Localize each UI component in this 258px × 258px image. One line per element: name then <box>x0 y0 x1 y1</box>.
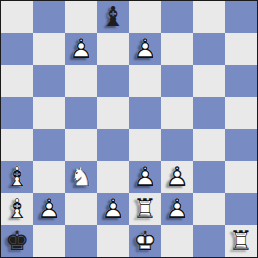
square-b4[interactable] <box>33 129 65 161</box>
square-c3[interactable]: ♞♘ <box>65 161 97 193</box>
piece-white-pawn[interactable]: ♟♙ <box>65 33 97 65</box>
white-pawn-outline: ♙ <box>129 161 161 193</box>
square-a7[interactable] <box>1 33 33 65</box>
piece-white-pawn[interactable]: ♟♙ <box>129 161 161 193</box>
square-h8[interactable] <box>225 1 257 33</box>
square-h2[interactable] <box>225 193 257 225</box>
black-king-glyph: ♚ <box>1 225 33 257</box>
white-pawn-glyph: ♟ <box>161 193 193 225</box>
piece-white-rook[interactable]: ♜♖ <box>225 225 257 257</box>
square-f4[interactable] <box>161 129 193 161</box>
square-g2[interactable] <box>193 193 225 225</box>
piece-white-bishop[interactable]: ♝♗ <box>1 161 33 193</box>
square-a5[interactable] <box>1 97 33 129</box>
square-h7[interactable] <box>225 33 257 65</box>
white-rook-glyph: ♜ <box>129 193 161 225</box>
square-e5[interactable] <box>129 97 161 129</box>
white-pawn-outline: ♙ <box>161 161 193 193</box>
square-h4[interactable] <box>225 129 257 161</box>
white-king-glyph: ♚ <box>129 225 161 257</box>
square-h6[interactable] <box>225 65 257 97</box>
square-b1[interactable] <box>33 225 65 257</box>
white-bishop-glyph: ♝ <box>1 193 33 225</box>
white-rook-glyph: ♜ <box>225 225 257 257</box>
white-bishop-outline: ♗ <box>1 193 33 225</box>
square-g6[interactable] <box>193 65 225 97</box>
square-d3[interactable] <box>97 161 129 193</box>
black-bishop-glyph: ♝ <box>97 1 129 33</box>
square-a6[interactable] <box>1 65 33 97</box>
white-king-outline: ♔ <box>129 225 161 257</box>
square-e2[interactable]: ♜♖ <box>129 193 161 225</box>
square-b5[interactable] <box>33 97 65 129</box>
white-bishop-outline: ♗ <box>1 161 33 193</box>
square-c1[interactable] <box>65 225 97 257</box>
square-g3[interactable] <box>193 161 225 193</box>
piece-white-pawn[interactable]: ♟♙ <box>129 33 161 65</box>
white-bishop-glyph: ♝ <box>1 161 33 193</box>
square-d4[interactable] <box>97 129 129 161</box>
square-e7[interactable]: ♟♙ <box>129 33 161 65</box>
square-g8[interactable] <box>193 1 225 33</box>
white-knight-outline: ♘ <box>65 161 97 193</box>
square-a8[interactable] <box>1 1 33 33</box>
white-pawn-glyph: ♟ <box>161 161 193 193</box>
white-pawn-outline: ♙ <box>33 193 65 225</box>
piece-white-bishop[interactable]: ♝♗ <box>1 193 33 225</box>
square-d7[interactable] <box>97 33 129 65</box>
piece-black-bishop[interactable]: ♝ <box>97 1 129 33</box>
square-d8[interactable]: ♝ <box>97 1 129 33</box>
piece-white-pawn[interactable]: ♟♙ <box>161 193 193 225</box>
square-f2[interactable]: ♟♙ <box>161 193 193 225</box>
square-c7[interactable]: ♟♙ <box>65 33 97 65</box>
piece-white-pawn[interactable]: ♟♙ <box>161 161 193 193</box>
piece-white-pawn[interactable]: ♟♙ <box>33 193 65 225</box>
square-h1[interactable]: ♜♖ <box>225 225 257 257</box>
square-f7[interactable] <box>161 33 193 65</box>
square-c2[interactable] <box>65 193 97 225</box>
white-pawn-outline: ♙ <box>129 33 161 65</box>
square-e4[interactable] <box>129 129 161 161</box>
square-h3[interactable] <box>225 161 257 193</box>
square-c8[interactable] <box>65 1 97 33</box>
square-g1[interactable] <box>193 225 225 257</box>
square-d5[interactable] <box>97 97 129 129</box>
square-b2[interactable]: ♟♙ <box>33 193 65 225</box>
square-h5[interactable] <box>225 97 257 129</box>
square-d1[interactable] <box>97 225 129 257</box>
square-e3[interactable]: ♟♙ <box>129 161 161 193</box>
square-b7[interactable] <box>33 33 65 65</box>
white-rook-outline: ♖ <box>225 225 257 257</box>
square-f5[interactable] <box>161 97 193 129</box>
square-e8[interactable] <box>129 1 161 33</box>
square-g4[interactable] <box>193 129 225 161</box>
piece-white-king[interactable]: ♚♔ <box>129 225 161 257</box>
chess-board: ♝♟♙♟♙♝♗♞♘♟♙♟♙♝♗♟♙♟♙♜♖♟♙♚♚♔♜♖ <box>0 0 258 258</box>
white-pawn-outline: ♙ <box>97 193 129 225</box>
white-pawn-glyph: ♟ <box>33 193 65 225</box>
square-g7[interactable] <box>193 33 225 65</box>
white-pawn-glyph: ♟ <box>97 193 129 225</box>
piece-white-knight[interactable]: ♞♘ <box>65 161 97 193</box>
square-d6[interactable] <box>97 65 129 97</box>
square-a1[interactable]: ♚ <box>1 225 33 257</box>
square-b6[interactable] <box>33 65 65 97</box>
square-e6[interactable] <box>129 65 161 97</box>
white-pawn-glyph: ♟ <box>65 33 97 65</box>
square-g5[interactable] <box>193 97 225 129</box>
white-pawn-outline: ♙ <box>161 193 193 225</box>
square-b8[interactable] <box>33 1 65 33</box>
white-knight-glyph: ♞ <box>65 161 97 193</box>
piece-black-king[interactable]: ♚ <box>1 225 33 257</box>
white-rook-outline: ♖ <box>129 193 161 225</box>
square-a2[interactable]: ♝♗ <box>1 193 33 225</box>
square-d2[interactable]: ♟♙ <box>97 193 129 225</box>
white-pawn-outline: ♙ <box>65 33 97 65</box>
square-f6[interactable] <box>161 65 193 97</box>
piece-white-pawn[interactable]: ♟♙ <box>97 193 129 225</box>
square-f1[interactable] <box>161 225 193 257</box>
square-f3[interactable]: ♟♙ <box>161 161 193 193</box>
white-pawn-glyph: ♟ <box>129 33 161 65</box>
square-c5[interactable] <box>65 97 97 129</box>
square-a3[interactable]: ♝♗ <box>1 161 33 193</box>
square-c6[interactable] <box>65 65 97 97</box>
square-c4[interactable] <box>65 129 97 161</box>
square-e1[interactable]: ♚♔ <box>129 225 161 257</box>
square-a4[interactable] <box>1 129 33 161</box>
square-b3[interactable] <box>33 161 65 193</box>
piece-white-rook[interactable]: ♜♖ <box>129 193 161 225</box>
square-f8[interactable] <box>161 1 193 33</box>
white-pawn-glyph: ♟ <box>129 161 161 193</box>
